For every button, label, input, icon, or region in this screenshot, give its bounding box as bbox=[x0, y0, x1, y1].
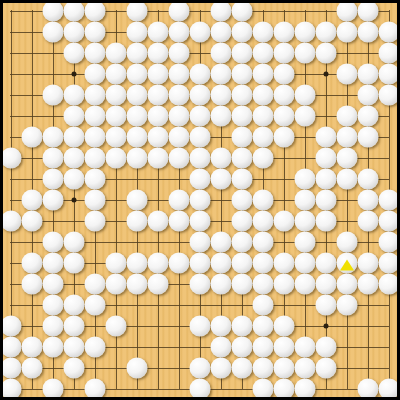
white-stone bbox=[168, 42, 189, 63]
white-stone bbox=[3, 358, 21, 379]
white-stone bbox=[42, 21, 63, 42]
white-stone bbox=[105, 126, 126, 147]
white-stone bbox=[274, 126, 295, 147]
white-stone bbox=[63, 316, 84, 337]
white-stone bbox=[105, 105, 126, 126]
white-stone bbox=[253, 232, 274, 253]
white-stone bbox=[358, 189, 379, 210]
white-stone bbox=[358, 379, 379, 397]
white-stone bbox=[358, 253, 379, 274]
white-stone bbox=[168, 63, 189, 84]
white-stone bbox=[253, 358, 274, 379]
white-stone bbox=[126, 3, 147, 21]
white-stone bbox=[316, 211, 337, 232]
white-stone bbox=[126, 253, 147, 274]
white-stone bbox=[105, 274, 126, 295]
white-stone bbox=[232, 253, 253, 274]
white-stone bbox=[379, 253, 397, 274]
white-stone bbox=[358, 84, 379, 105]
white-stone bbox=[316, 126, 337, 147]
white-stone bbox=[126, 211, 147, 232]
white-stone bbox=[126, 189, 147, 210]
white-stone bbox=[253, 84, 274, 105]
white-stone bbox=[337, 3, 358, 21]
white-stone bbox=[295, 337, 316, 358]
white-stone bbox=[211, 42, 232, 63]
white-stone bbox=[84, 295, 105, 316]
white-stone bbox=[42, 168, 63, 189]
white-stone bbox=[274, 105, 295, 126]
white-stone bbox=[232, 211, 253, 232]
white-stone bbox=[63, 253, 84, 274]
white-stone bbox=[316, 295, 337, 316]
white-stone bbox=[253, 42, 274, 63]
white-stone bbox=[126, 274, 147, 295]
white-stone bbox=[84, 168, 105, 189]
white-stone bbox=[211, 63, 232, 84]
hoshi-star-point bbox=[71, 71, 76, 76]
white-stone bbox=[168, 21, 189, 42]
white-stone bbox=[63, 105, 84, 126]
white-stone bbox=[126, 126, 147, 147]
white-stone bbox=[189, 274, 210, 295]
white-stone bbox=[84, 42, 105, 63]
white-stone bbox=[126, 21, 147, 42]
white-stone bbox=[3, 337, 21, 358]
white-stone bbox=[147, 126, 168, 147]
white-stone bbox=[84, 105, 105, 126]
white-stone bbox=[232, 42, 253, 63]
white-stone bbox=[147, 42, 168, 63]
white-stone bbox=[147, 274, 168, 295]
white-stone bbox=[253, 105, 274, 126]
white-stone bbox=[3, 316, 21, 337]
white-stone bbox=[337, 105, 358, 126]
white-stone bbox=[232, 147, 253, 168]
white-stone bbox=[21, 126, 42, 147]
white-stone bbox=[84, 274, 105, 295]
white-stone bbox=[126, 147, 147, 168]
white-stone bbox=[105, 84, 126, 105]
white-stone bbox=[337, 168, 358, 189]
white-stone bbox=[189, 168, 210, 189]
white-stone bbox=[21, 211, 42, 232]
white-stone bbox=[42, 337, 63, 358]
white-stone bbox=[358, 126, 379, 147]
white-stone bbox=[253, 253, 274, 274]
white-stone bbox=[211, 168, 232, 189]
white-stone bbox=[189, 105, 210, 126]
white-stone bbox=[295, 21, 316, 42]
white-stone bbox=[253, 21, 274, 42]
white-stone bbox=[232, 126, 253, 147]
white-stone bbox=[63, 232, 84, 253]
white-stone bbox=[63, 126, 84, 147]
white-stone bbox=[189, 358, 210, 379]
white-stone bbox=[316, 358, 337, 379]
white-stone bbox=[126, 42, 147, 63]
white-stone bbox=[316, 274, 337, 295]
white-stone bbox=[42, 232, 63, 253]
white-stone bbox=[189, 84, 210, 105]
white-stone bbox=[274, 253, 295, 274]
white-stone bbox=[358, 168, 379, 189]
white-stone bbox=[211, 147, 232, 168]
white-stone bbox=[379, 63, 397, 84]
go-app-window bbox=[0, 0, 400, 400]
white-stone bbox=[147, 21, 168, 42]
board-frame bbox=[0, 0, 400, 400]
white-stone bbox=[147, 84, 168, 105]
white-stone bbox=[168, 3, 189, 21]
white-stone bbox=[168, 126, 189, 147]
white-stone bbox=[147, 211, 168, 232]
white-stone bbox=[274, 42, 295, 63]
white-stone bbox=[295, 253, 316, 274]
white-stone bbox=[295, 105, 316, 126]
white-stone bbox=[84, 3, 105, 21]
white-stone bbox=[253, 126, 274, 147]
white-stone bbox=[337, 63, 358, 84]
white-stone bbox=[84, 63, 105, 84]
white-stone bbox=[253, 274, 274, 295]
white-stone bbox=[21, 189, 42, 210]
white-stone bbox=[21, 253, 42, 274]
white-stone bbox=[232, 21, 253, 42]
white-stone bbox=[189, 379, 210, 397]
white-stone bbox=[126, 63, 147, 84]
white-stone bbox=[42, 189, 63, 210]
white-stone bbox=[126, 358, 147, 379]
white-stone bbox=[84, 84, 105, 105]
white-stone bbox=[358, 3, 379, 21]
white-stone bbox=[253, 337, 274, 358]
white-stone bbox=[358, 63, 379, 84]
white-stone bbox=[211, 84, 232, 105]
white-stone bbox=[211, 274, 232, 295]
white-stone bbox=[379, 84, 397, 105]
white-stone bbox=[211, 3, 232, 21]
white-stone bbox=[295, 232, 316, 253]
white-stone bbox=[84, 211, 105, 232]
white-stone bbox=[358, 21, 379, 42]
white-stone bbox=[42, 147, 63, 168]
white-stone bbox=[84, 21, 105, 42]
white-stone bbox=[189, 189, 210, 210]
white-stone bbox=[105, 316, 126, 337]
white-stone bbox=[84, 189, 105, 210]
white-stone bbox=[358, 274, 379, 295]
white-stone bbox=[189, 147, 210, 168]
white-stone bbox=[232, 358, 253, 379]
white-stone bbox=[168, 189, 189, 210]
white-stone bbox=[253, 379, 274, 397]
white-stone bbox=[168, 84, 189, 105]
white-stone bbox=[274, 358, 295, 379]
hoshi-star-point bbox=[324, 71, 329, 76]
white-stone bbox=[21, 274, 42, 295]
white-stone bbox=[274, 21, 295, 42]
white-stone bbox=[379, 232, 397, 253]
white-stone bbox=[274, 274, 295, 295]
white-stone bbox=[42, 84, 63, 105]
white-stone bbox=[253, 211, 274, 232]
white-stone bbox=[126, 105, 147, 126]
white-stone bbox=[274, 63, 295, 84]
white-stone bbox=[274, 316, 295, 337]
white-stone bbox=[295, 189, 316, 210]
white-stone bbox=[105, 63, 126, 84]
white-stone bbox=[211, 232, 232, 253]
white-stone bbox=[63, 21, 84, 42]
white-stone bbox=[295, 274, 316, 295]
white-stone bbox=[232, 105, 253, 126]
white-stone bbox=[211, 316, 232, 337]
white-stone bbox=[84, 337, 105, 358]
white-stone bbox=[337, 147, 358, 168]
white-stone bbox=[42, 253, 63, 274]
white-stone bbox=[189, 126, 210, 147]
white-stone bbox=[63, 42, 84, 63]
white-stone bbox=[232, 63, 253, 84]
white-stone bbox=[295, 168, 316, 189]
white-stone bbox=[3, 147, 21, 168]
white-stone bbox=[316, 168, 337, 189]
white-stone bbox=[253, 295, 274, 316]
white-stone bbox=[295, 379, 316, 397]
hoshi-star-point bbox=[324, 324, 329, 329]
white-stone bbox=[147, 253, 168, 274]
white-stone bbox=[211, 253, 232, 274]
last-move-triangle-marker bbox=[340, 260, 354, 271]
white-stone bbox=[337, 126, 358, 147]
white-stone bbox=[337, 21, 358, 42]
white-stone bbox=[168, 253, 189, 274]
white-stone bbox=[232, 316, 253, 337]
white-stone bbox=[337, 274, 358, 295]
white-stone bbox=[316, 147, 337, 168]
white-stone bbox=[42, 316, 63, 337]
white-stone bbox=[316, 189, 337, 210]
white-stone bbox=[253, 63, 274, 84]
white-stone bbox=[189, 232, 210, 253]
goban-board[interactable] bbox=[3, 3, 397, 397]
white-stone bbox=[379, 189, 397, 210]
white-stone bbox=[63, 295, 84, 316]
white-stone bbox=[295, 42, 316, 63]
white-stone bbox=[189, 316, 210, 337]
white-stone bbox=[21, 337, 42, 358]
white-stone bbox=[232, 232, 253, 253]
white-stone bbox=[211, 337, 232, 358]
white-stone bbox=[379, 42, 397, 63]
white-stone bbox=[274, 379, 295, 397]
white-stone bbox=[337, 295, 358, 316]
white-stone bbox=[42, 3, 63, 21]
white-stone bbox=[189, 63, 210, 84]
white-stone bbox=[189, 211, 210, 232]
white-stone bbox=[295, 84, 316, 105]
white-stone bbox=[168, 105, 189, 126]
white-stone bbox=[379, 21, 397, 42]
white-stone bbox=[168, 211, 189, 232]
white-stone bbox=[189, 21, 210, 42]
white-stone bbox=[358, 105, 379, 126]
white-stone bbox=[42, 379, 63, 397]
white-stone bbox=[295, 358, 316, 379]
white-stone bbox=[84, 379, 105, 397]
white-stone bbox=[147, 63, 168, 84]
white-stone bbox=[126, 84, 147, 105]
white-stone bbox=[42, 274, 63, 295]
white-stone bbox=[3, 211, 21, 232]
hoshi-star-point bbox=[71, 197, 76, 202]
white-stone bbox=[147, 147, 168, 168]
white-stone bbox=[21, 358, 42, 379]
white-stone bbox=[274, 84, 295, 105]
white-stone bbox=[63, 358, 84, 379]
white-stone bbox=[42, 295, 63, 316]
white-stone bbox=[274, 211, 295, 232]
white-stone bbox=[168, 147, 189, 168]
white-stone bbox=[63, 147, 84, 168]
white-stone bbox=[105, 42, 126, 63]
white-stone bbox=[253, 147, 274, 168]
white-stone bbox=[232, 84, 253, 105]
white-stone bbox=[295, 211, 316, 232]
white-stone bbox=[232, 274, 253, 295]
white-stone bbox=[337, 232, 358, 253]
white-stone bbox=[63, 168, 84, 189]
white-stone bbox=[105, 147, 126, 168]
white-stone bbox=[232, 337, 253, 358]
white-stone bbox=[211, 358, 232, 379]
white-stone bbox=[3, 379, 21, 397]
white-stone bbox=[211, 105, 232, 126]
white-stone bbox=[84, 126, 105, 147]
white-stone bbox=[379, 379, 397, 397]
white-stone bbox=[63, 84, 84, 105]
white-stone bbox=[316, 253, 337, 274]
white-stone bbox=[105, 253, 126, 274]
white-stone bbox=[84, 147, 105, 168]
white-stone bbox=[189, 253, 210, 274]
white-stone bbox=[147, 105, 168, 126]
white-stone bbox=[379, 211, 397, 232]
white-stone bbox=[42, 126, 63, 147]
white-stone bbox=[232, 189, 253, 210]
white-stone bbox=[358, 211, 379, 232]
white-stone bbox=[379, 274, 397, 295]
white-stone bbox=[253, 316, 274, 337]
white-stone bbox=[316, 21, 337, 42]
white-stone bbox=[232, 3, 253, 21]
white-stone bbox=[274, 337, 295, 358]
white-stone bbox=[316, 42, 337, 63]
white-stone bbox=[232, 168, 253, 189]
white-stone bbox=[316, 337, 337, 358]
white-stone bbox=[63, 337, 84, 358]
white-stone bbox=[253, 189, 274, 210]
white-stone bbox=[63, 3, 84, 21]
white-stone bbox=[211, 21, 232, 42]
